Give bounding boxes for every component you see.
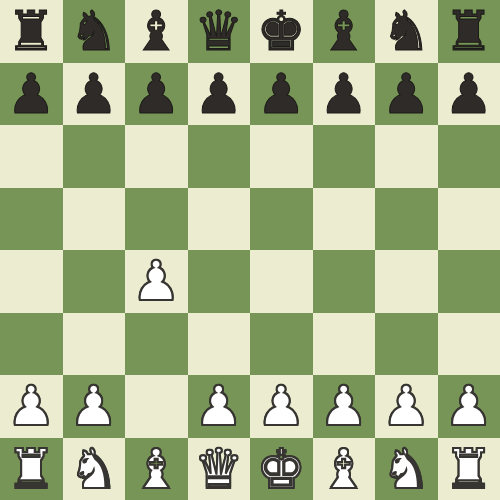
square-b5[interactable] — [63, 188, 126, 251]
square-f6[interactable] — [313, 125, 376, 188]
square-d3[interactable] — [188, 313, 251, 376]
square-c6[interactable] — [125, 125, 188, 188]
square-g3[interactable] — [375, 313, 438, 376]
square-c5[interactable] — [125, 188, 188, 251]
piece-black-knight[interactable]: ♞ — [69, 0, 118, 63]
square-c2[interactable] — [125, 375, 188, 438]
piece-black-pawn[interactable]: ♟ — [382, 63, 431, 126]
square-c3[interactable] — [125, 313, 188, 376]
square-h4[interactable] — [438, 250, 500, 313]
piece-white-bishop[interactable]: ♝ — [132, 438, 181, 500]
piece-white-pawn[interactable]: ♟ — [7, 375, 56, 438]
piece-black-pawn[interactable]: ♟ — [319, 63, 368, 126]
square-f1[interactable]: ♝ — [313, 438, 376, 500]
square-d6[interactable] — [188, 125, 251, 188]
square-d7[interactable]: ♟ — [188, 63, 251, 126]
square-h5[interactable] — [438, 188, 500, 251]
square-g1[interactable]: ♞ — [375, 438, 438, 500]
square-g8[interactable]: ♞ — [375, 0, 438, 63]
square-f8[interactable]: ♝ — [313, 0, 376, 63]
square-a6[interactable] — [0, 125, 63, 188]
square-b2[interactable]: ♟ — [63, 375, 126, 438]
square-h6[interactable] — [438, 125, 500, 188]
square-d8[interactable]: ♛ — [188, 0, 251, 63]
square-e8[interactable]: ♚ — [250, 0, 313, 63]
square-g5[interactable] — [375, 188, 438, 251]
square-f2[interactable]: ♟ — [313, 375, 376, 438]
square-f5[interactable] — [313, 188, 376, 251]
square-d2[interactable]: ♟ — [188, 375, 251, 438]
square-h3[interactable] — [438, 313, 500, 376]
piece-black-queen[interactable]: ♛ — [194, 0, 243, 63]
square-a3[interactable] — [0, 313, 63, 376]
square-a4[interactable] — [0, 250, 63, 313]
square-b4[interactable] — [63, 250, 126, 313]
piece-white-bishop[interactable]: ♝ — [319, 438, 368, 500]
piece-white-pawn[interactable]: ♟ — [69, 375, 118, 438]
square-a5[interactable] — [0, 188, 63, 251]
square-a1[interactable]: ♜ — [0, 438, 63, 500]
square-c8[interactable]: ♝ — [125, 0, 188, 63]
square-e2[interactable]: ♟ — [250, 375, 313, 438]
chess-board: ♜♞♝♛♚♝♞♜♟♟♟♟♟♟♟♟♟♟♟♟♟♟♟♟♜♞♝♛♚♝♞♜ — [0, 0, 500, 500]
piece-white-pawn[interactable]: ♟ — [382, 375, 431, 438]
square-e3[interactable] — [250, 313, 313, 376]
square-e6[interactable] — [250, 125, 313, 188]
piece-white-pawn[interactable]: ♟ — [194, 375, 243, 438]
piece-white-rook[interactable]: ♜ — [444, 438, 493, 500]
piece-black-pawn[interactable]: ♟ — [132, 63, 181, 126]
square-e5[interactable] — [250, 188, 313, 251]
square-f4[interactable] — [313, 250, 376, 313]
square-b1[interactable]: ♞ — [63, 438, 126, 500]
square-f3[interactable] — [313, 313, 376, 376]
square-f7[interactable]: ♟ — [313, 63, 376, 126]
square-b6[interactable] — [63, 125, 126, 188]
piece-black-pawn[interactable]: ♟ — [7, 63, 56, 126]
square-g4[interactable] — [375, 250, 438, 313]
piece-black-pawn[interactable]: ♟ — [257, 63, 306, 126]
piece-white-knight[interactable]: ♞ — [69, 438, 118, 500]
piece-white-pawn[interactable]: ♟ — [257, 375, 306, 438]
piece-white-pawn[interactable]: ♟ — [444, 375, 493, 438]
square-e1[interactable]: ♚ — [250, 438, 313, 500]
square-g2[interactable]: ♟ — [375, 375, 438, 438]
square-c7[interactable]: ♟ — [125, 63, 188, 126]
piece-black-bishop[interactable]: ♝ — [319, 0, 368, 63]
square-a7[interactable]: ♟ — [0, 63, 63, 126]
square-h2[interactable]: ♟ — [438, 375, 500, 438]
piece-white-queen[interactable]: ♛ — [194, 438, 243, 500]
square-b3[interactable] — [63, 313, 126, 376]
square-c4[interactable]: ♟ — [125, 250, 188, 313]
piece-black-bishop[interactable]: ♝ — [132, 0, 181, 63]
square-e4[interactable] — [250, 250, 313, 313]
piece-black-king[interactable]: ♚ — [257, 0, 306, 63]
square-d4[interactable] — [188, 250, 251, 313]
piece-white-king[interactable]: ♚ — [257, 438, 306, 500]
piece-black-pawn[interactable]: ♟ — [444, 63, 493, 126]
piece-black-rook[interactable]: ♜ — [7, 0, 56, 63]
square-a8[interactable]: ♜ — [0, 0, 63, 63]
square-e7[interactable]: ♟ — [250, 63, 313, 126]
square-b8[interactable]: ♞ — [63, 0, 126, 63]
square-g7[interactable]: ♟ — [375, 63, 438, 126]
square-b7[interactable]: ♟ — [63, 63, 126, 126]
piece-white-pawn[interactable]: ♟ — [132, 250, 181, 313]
piece-white-pawn[interactable]: ♟ — [319, 375, 368, 438]
piece-white-knight[interactable]: ♞ — [382, 438, 431, 500]
piece-black-pawn[interactable]: ♟ — [194, 63, 243, 126]
square-h1[interactable]: ♜ — [438, 438, 500, 500]
piece-white-rook[interactable]: ♜ — [7, 438, 56, 500]
piece-black-knight[interactable]: ♞ — [382, 0, 431, 63]
square-d1[interactable]: ♛ — [188, 438, 251, 500]
piece-black-pawn[interactable]: ♟ — [69, 63, 118, 126]
square-c1[interactable]: ♝ — [125, 438, 188, 500]
square-h7[interactable]: ♟ — [438, 63, 500, 126]
square-h8[interactable]: ♜ — [438, 0, 500, 63]
square-d5[interactable] — [188, 188, 251, 251]
square-g6[interactable] — [375, 125, 438, 188]
square-a2[interactable]: ♟ — [0, 375, 63, 438]
piece-black-rook[interactable]: ♜ — [444, 0, 493, 63]
